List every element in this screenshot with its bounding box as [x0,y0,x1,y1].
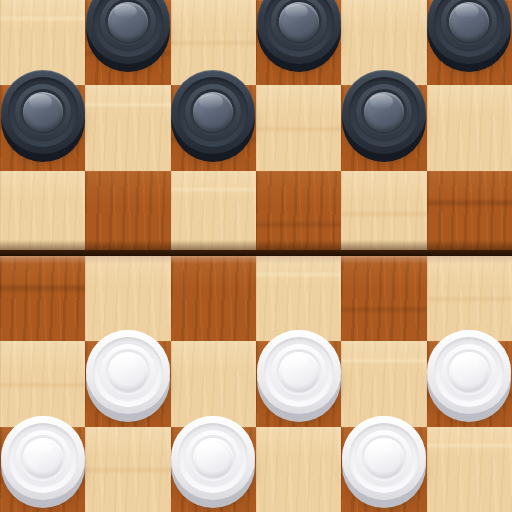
white-checker-r5c2[interactable] [86,330,170,414]
dark-checker-r2c1[interactable] [1,70,85,154]
piece-face [86,330,170,414]
pieces-layer [0,0,512,512]
white-checker-r6c5[interactable] [342,416,426,500]
white-checker-r6c3[interactable] [171,416,255,500]
piece-face [427,330,511,414]
dark-checker-r2c5[interactable] [342,70,426,154]
piece-face [1,416,85,500]
piece-highlight [455,4,478,18]
piece-dome [279,2,319,42]
piece-dome [279,352,319,392]
piece-face [257,330,341,414]
piece-dome [364,92,404,132]
checkers-game-view [0,0,512,512]
white-checker-r5c6[interactable] [427,330,511,414]
piece-highlight [114,4,137,18]
piece-dome [108,352,148,392]
piece-face [1,70,85,154]
piece-dome [23,92,63,132]
piece-highlight [29,441,52,455]
dark-checker-r1c4[interactable] [257,0,341,64]
white-checker-r6c1[interactable] [1,416,85,500]
piece-face [171,70,255,154]
white-checker-r5c4[interactable] [257,330,341,414]
piece-dome [108,2,148,42]
piece-face [342,416,426,500]
dark-checker-r1c2[interactable] [86,0,170,64]
piece-highlight [370,94,393,108]
piece-highlight [199,441,222,455]
piece-highlight [29,94,52,108]
piece-highlight [455,354,478,368]
dark-checker-r2c3[interactable] [171,70,255,154]
piece-highlight [285,354,308,368]
dark-checker-r1c6[interactable] [427,0,511,64]
piece-highlight [114,354,137,368]
piece-highlight [199,94,222,108]
piece-dome [449,2,489,42]
piece-face [342,70,426,154]
piece-highlight [370,441,393,455]
piece-highlight [285,4,308,18]
piece-dome [23,438,63,478]
